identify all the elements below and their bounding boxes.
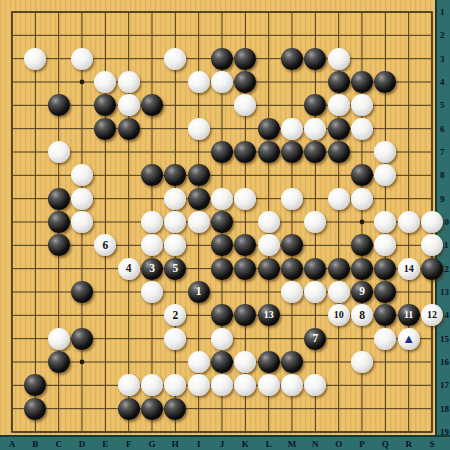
triangle-marker: ▲ bbox=[402, 332, 415, 345]
black-stone-D15 bbox=[71, 328, 93, 350]
black-stone-D13 bbox=[71, 281, 93, 303]
row-label-6: 6 bbox=[440, 124, 445, 134]
black-stone-F6 bbox=[118, 118, 140, 140]
white-stone-P6 bbox=[351, 118, 373, 140]
move-number-11: 11 bbox=[404, 310, 413, 320]
row-label-19: 19 bbox=[440, 427, 449, 437]
row-label-15: 15 bbox=[440, 334, 449, 344]
column-label-R: R bbox=[405, 439, 412, 449]
column-label-O: O bbox=[335, 439, 342, 449]
move-number-3: 3 bbox=[149, 263, 155, 275]
column-label-D: D bbox=[79, 439, 86, 449]
white-stone-O9 bbox=[328, 188, 350, 210]
black-stone-I8 bbox=[188, 164, 210, 186]
black-stone-B18 bbox=[24, 398, 46, 420]
black-stone-C5 bbox=[48, 94, 70, 116]
column-label-G: G bbox=[148, 439, 155, 449]
white-stone-K9 bbox=[234, 188, 256, 210]
black-stone-J10 bbox=[211, 211, 233, 233]
black-stone-P4 bbox=[351, 71, 373, 93]
row-label-8: 8 bbox=[440, 170, 445, 180]
column-label-P: P bbox=[359, 439, 365, 449]
black-stone-P13: 9 bbox=[351, 281, 373, 303]
column-label-N: N bbox=[312, 439, 319, 449]
column-label-J: J bbox=[220, 439, 225, 449]
move-number-4: 4 bbox=[126, 263, 132, 275]
black-stone-L6 bbox=[258, 118, 280, 140]
white-stone-L17 bbox=[258, 374, 280, 396]
black-stone-O12 bbox=[328, 258, 350, 280]
row-label-5: 5 bbox=[440, 100, 445, 110]
move-number-10: 10 bbox=[334, 310, 344, 320]
white-stone-O5 bbox=[328, 94, 350, 116]
row-label-2: 2 bbox=[440, 30, 445, 40]
row-label-18: 18 bbox=[440, 404, 449, 414]
black-stone-M3 bbox=[281, 48, 303, 70]
move-number-2: 2 bbox=[172, 310, 178, 322]
black-stone-F18 bbox=[118, 398, 140, 420]
row-label-9: 9 bbox=[440, 194, 445, 204]
white-stone-H9 bbox=[164, 188, 186, 210]
column-label-M: M bbox=[288, 439, 297, 449]
black-stone-J16 bbox=[211, 351, 233, 373]
column-label-A: A bbox=[9, 439, 16, 449]
row-label-1: 1 bbox=[440, 7, 445, 17]
white-stone-D9 bbox=[71, 188, 93, 210]
black-stone-C9 bbox=[48, 188, 70, 210]
white-stone-C15 bbox=[48, 328, 70, 350]
go-board[interactable]: ABCDEFGHIJKLMNOPQRS123456789101112131415… bbox=[0, 0, 450, 450]
move-number-12: 12 bbox=[427, 310, 437, 320]
black-stone-O6 bbox=[328, 118, 350, 140]
black-stone-C11 bbox=[48, 234, 70, 256]
white-stone-P9 bbox=[351, 188, 373, 210]
column-label-K: K bbox=[242, 439, 249, 449]
white-stone-J9 bbox=[211, 188, 233, 210]
white-stone-R15: ▲ bbox=[398, 328, 420, 350]
black-stone-L16 bbox=[258, 351, 280, 373]
black-stone-E6 bbox=[94, 118, 116, 140]
black-stone-L12 bbox=[258, 258, 280, 280]
white-stone-M9 bbox=[281, 188, 303, 210]
black-stone-N15: 7 bbox=[304, 328, 326, 350]
row-label-3: 3 bbox=[440, 54, 445, 64]
white-stone-J15 bbox=[211, 328, 233, 350]
black-stone-K3 bbox=[234, 48, 256, 70]
black-stone-O7 bbox=[328, 141, 350, 163]
white-stone-D10 bbox=[71, 211, 93, 233]
move-number-7: 7 bbox=[312, 333, 318, 345]
white-stone-L11 bbox=[258, 234, 280, 256]
white-stone-G10 bbox=[141, 211, 163, 233]
row-label-17: 17 bbox=[440, 380, 449, 390]
white-stone-M6 bbox=[281, 118, 303, 140]
white-stone-O14: 10 bbox=[328, 304, 350, 326]
black-stone-S12 bbox=[421, 258, 443, 280]
white-stone-F4 bbox=[118, 71, 140, 93]
black-stone-L7 bbox=[258, 141, 280, 163]
black-stone-N12 bbox=[304, 258, 326, 280]
white-stone-R10 bbox=[398, 211, 420, 233]
white-stone-L10 bbox=[258, 211, 280, 233]
white-stone-N6 bbox=[304, 118, 326, 140]
row-label-13: 13 bbox=[440, 287, 449, 297]
black-stone-M16 bbox=[281, 351, 303, 373]
move-number-8: 8 bbox=[359, 310, 365, 322]
black-stone-O4 bbox=[328, 71, 350, 93]
black-stone-L14: 13 bbox=[258, 304, 280, 326]
black-stone-P12 bbox=[351, 258, 373, 280]
black-stone-C16 bbox=[48, 351, 70, 373]
white-stone-I6 bbox=[188, 118, 210, 140]
column-label-C: C bbox=[55, 439, 62, 449]
black-stone-K12 bbox=[234, 258, 256, 280]
move-number-9: 9 bbox=[359, 286, 365, 298]
black-stone-C10 bbox=[48, 211, 70, 233]
white-stone-O3 bbox=[328, 48, 350, 70]
white-stone-G13 bbox=[141, 281, 163, 303]
move-number-13: 13 bbox=[264, 310, 274, 320]
white-stone-F5 bbox=[118, 94, 140, 116]
white-stone-I17 bbox=[188, 374, 210, 396]
white-stone-S10 bbox=[421, 211, 443, 233]
move-number-1: 1 bbox=[196, 286, 202, 298]
column-label-F: F bbox=[126, 439, 132, 449]
white-stone-F12: 4 bbox=[118, 258, 140, 280]
white-stone-I10 bbox=[188, 211, 210, 233]
white-stone-F17 bbox=[118, 374, 140, 396]
column-label-S: S bbox=[429, 439, 434, 449]
white-stone-D3 bbox=[71, 48, 93, 70]
black-stone-Q12 bbox=[374, 258, 396, 280]
white-stone-I16 bbox=[188, 351, 210, 373]
column-label-Q: Q bbox=[382, 439, 389, 449]
white-stone-Q15 bbox=[374, 328, 396, 350]
white-stone-H3 bbox=[164, 48, 186, 70]
black-stone-M12 bbox=[281, 258, 303, 280]
row-label-4: 4 bbox=[440, 77, 445, 87]
white-stone-J4 bbox=[211, 71, 233, 93]
black-stone-G12: 3 bbox=[141, 258, 163, 280]
row-label-7: 7 bbox=[440, 147, 445, 157]
black-stone-I13: 1 bbox=[188, 281, 210, 303]
black-stone-J3 bbox=[211, 48, 233, 70]
column-label-L: L bbox=[266, 439, 272, 449]
column-label-B: B bbox=[32, 439, 38, 449]
white-stone-C7 bbox=[48, 141, 70, 163]
black-stone-H18 bbox=[164, 398, 186, 420]
move-number-6: 6 bbox=[102, 240, 108, 252]
black-stone-N3 bbox=[304, 48, 326, 70]
white-stone-R12: 14 bbox=[398, 258, 420, 280]
white-stone-I4 bbox=[188, 71, 210, 93]
black-stone-I9 bbox=[188, 188, 210, 210]
black-stone-J12 bbox=[211, 258, 233, 280]
move-number-5: 5 bbox=[172, 263, 178, 275]
black-stone-H12: 5 bbox=[164, 258, 186, 280]
white-stone-O13 bbox=[328, 281, 350, 303]
white-stone-B3 bbox=[24, 48, 46, 70]
column-label-I: I bbox=[197, 439, 201, 449]
move-number-14: 14 bbox=[404, 264, 414, 274]
white-stone-P16 bbox=[351, 351, 373, 373]
column-label-E: E bbox=[102, 439, 108, 449]
row-label-16: 16 bbox=[440, 357, 449, 367]
black-stone-J7 bbox=[211, 141, 233, 163]
white-stone-M13 bbox=[281, 281, 303, 303]
column-label-H: H bbox=[172, 439, 179, 449]
black-stone-R14: 11 bbox=[398, 304, 420, 326]
black-stone-M7 bbox=[281, 141, 303, 163]
white-stone-H15 bbox=[164, 328, 186, 350]
black-stone-G18 bbox=[141, 398, 163, 420]
